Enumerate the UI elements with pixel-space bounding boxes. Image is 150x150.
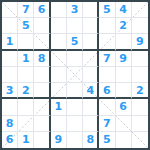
- cell-r2c7[interactable]: [99, 18, 115, 34]
- cell-r9c4[interactable]: 9: [51, 132, 67, 148]
- cell-r3c6[interactable]: [83, 34, 99, 50]
- cell-r6c3[interactable]: [34, 83, 50, 99]
- cell-r4c1[interactable]: [2, 51, 18, 67]
- cell-r5c3[interactable]: [34, 67, 50, 83]
- cell-r7c9[interactable]: [132, 99, 148, 115]
- sudoku-grid: 7635452159187932462168761985: [2, 2, 148, 148]
- cell-r4c8[interactable]: 9: [116, 51, 132, 67]
- cell-r6c4[interactable]: [51, 83, 67, 99]
- cell-r8c1[interactable]: 8: [2, 116, 18, 132]
- cell-r9c7[interactable]: 5: [99, 132, 115, 148]
- cell-r4c5[interactable]: [67, 51, 83, 67]
- cell-r6c8[interactable]: [116, 83, 132, 99]
- cell-r3c1[interactable]: 1: [2, 34, 18, 50]
- cell-r6c6[interactable]: 4: [83, 83, 99, 99]
- cell-r8c8[interactable]: [116, 116, 132, 132]
- cell-r2c8[interactable]: 2: [116, 18, 132, 34]
- cell-r7c2[interactable]: [18, 99, 34, 115]
- sudoku-board: 7635452159187932462168761985: [0, 0, 150, 150]
- cell-r5c1[interactable]: [2, 67, 18, 83]
- cell-r8c7[interactable]: 7: [99, 116, 115, 132]
- cell-r9c1[interactable]: 6: [2, 132, 18, 148]
- cell-r8c4[interactable]: [51, 116, 67, 132]
- cell-r8c6[interactable]: [83, 116, 99, 132]
- cell-r1c1[interactable]: [2, 2, 18, 18]
- cell-r3c3[interactable]: [34, 34, 50, 50]
- cell-r9c2[interactable]: 1: [18, 132, 34, 148]
- cell-r4c4[interactable]: [51, 51, 67, 67]
- cell-r2c3[interactable]: [34, 18, 50, 34]
- cell-r6c2[interactable]: 2: [18, 83, 34, 99]
- cell-r3c8[interactable]: [116, 34, 132, 50]
- cell-r4c9[interactable]: [132, 51, 148, 67]
- cell-r7c3[interactable]: [34, 99, 50, 115]
- cell-r9c9[interactable]: [132, 132, 148, 148]
- cell-r1c8[interactable]: 4: [116, 2, 132, 18]
- cell-r1c7[interactable]: 5: [99, 2, 115, 18]
- cell-r2c5[interactable]: [67, 18, 83, 34]
- cell-r8c2[interactable]: [18, 116, 34, 132]
- cell-r4c3[interactable]: 8: [34, 51, 50, 67]
- cell-r7c1[interactable]: [2, 99, 18, 115]
- cell-r2c6[interactable]: [83, 18, 99, 34]
- cell-r8c9[interactable]: [132, 116, 148, 132]
- cell-r1c6[interactable]: [83, 2, 99, 18]
- cell-r4c7[interactable]: 7: [99, 51, 115, 67]
- cell-r3c7[interactable]: [99, 34, 115, 50]
- cell-r6c9[interactable]: 2: [132, 83, 148, 99]
- cell-r2c2[interactable]: 5: [18, 18, 34, 34]
- cell-r7c7[interactable]: [99, 99, 115, 115]
- cell-r1c2[interactable]: 7: [18, 2, 34, 18]
- cell-r5c8[interactable]: [116, 67, 132, 83]
- cell-r3c5[interactable]: 5: [67, 34, 83, 50]
- cell-r3c2[interactable]: [18, 34, 34, 50]
- cell-r9c5[interactable]: [67, 132, 83, 148]
- cell-r9c3[interactable]: [34, 132, 50, 148]
- cell-r3c9[interactable]: 9: [132, 34, 148, 50]
- cell-r2c9[interactable]: [132, 18, 148, 34]
- cell-r3c4[interactable]: [51, 34, 67, 50]
- cell-r6c7[interactable]: 6: [99, 83, 115, 99]
- cell-r1c3[interactable]: 6: [34, 2, 50, 18]
- cell-r1c9[interactable]: [132, 2, 148, 18]
- cell-r2c1[interactable]: [2, 18, 18, 34]
- cell-r8c5[interactable]: [67, 116, 83, 132]
- cell-r5c2[interactable]: [18, 67, 34, 83]
- cell-r5c9[interactable]: [132, 67, 148, 83]
- cell-r7c4[interactable]: 1: [51, 99, 67, 115]
- cell-r5c4[interactable]: [51, 67, 67, 83]
- cell-r4c6[interactable]: [83, 51, 99, 67]
- cell-r5c5[interactable]: [67, 67, 83, 83]
- cell-r6c5[interactable]: [67, 83, 83, 99]
- cell-r7c8[interactable]: 6: [116, 99, 132, 115]
- cell-r9c6[interactable]: 8: [83, 132, 99, 148]
- cell-r8c3[interactable]: [34, 116, 50, 132]
- cell-r6c1[interactable]: 3: [2, 83, 18, 99]
- cell-r4c2[interactable]: 1: [18, 51, 34, 67]
- cell-r9c8[interactable]: [116, 132, 132, 148]
- cell-r5c7[interactable]: [99, 67, 115, 83]
- cell-r1c5[interactable]: 3: [67, 2, 83, 18]
- cell-r7c6[interactable]: [83, 99, 99, 115]
- cell-r7c5[interactable]: [67, 99, 83, 115]
- cell-r5c6[interactable]: [83, 67, 99, 83]
- cell-r2c4[interactable]: [51, 18, 67, 34]
- cell-r1c4[interactable]: [51, 2, 67, 18]
